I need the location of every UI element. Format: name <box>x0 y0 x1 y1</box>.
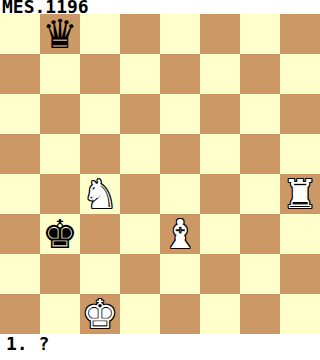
square-d7[interactable] <box>120 54 160 94</box>
square-d4[interactable] <box>120 174 160 214</box>
square-g4[interactable] <box>240 174 280 214</box>
square-h8[interactable] <box>280 14 320 54</box>
square-d1[interactable] <box>120 294 160 334</box>
square-e7[interactable] <box>160 54 200 94</box>
white-rook: ♜ <box>282 174 318 214</box>
square-g7[interactable] <box>240 54 280 94</box>
square-d6[interactable] <box>120 94 160 134</box>
square-a5[interactable] <box>0 134 40 174</box>
square-a3[interactable] <box>0 214 40 254</box>
move-prompt: 1. ? <box>6 337 49 351</box>
square-h1[interactable] <box>280 294 320 334</box>
square-g5[interactable] <box>240 134 280 174</box>
square-f2[interactable] <box>200 254 240 294</box>
square-e5[interactable] <box>160 134 200 174</box>
square-e3[interactable]: ♝ <box>160 214 200 254</box>
black-king: ♚ <box>42 214 78 254</box>
square-d3[interactable] <box>120 214 160 254</box>
square-a6[interactable] <box>0 94 40 134</box>
square-g1[interactable] <box>240 294 280 334</box>
square-d5[interactable] <box>120 134 160 174</box>
square-a1[interactable] <box>0 294 40 334</box>
black-queen: ♛ <box>42 14 78 54</box>
square-c3[interactable] <box>80 214 120 254</box>
square-f7[interactable] <box>200 54 240 94</box>
square-b8[interactable]: ♛ <box>40 14 80 54</box>
square-e1[interactable] <box>160 294 200 334</box>
square-b5[interactable] <box>40 134 80 174</box>
square-h4[interactable]: ♜ <box>280 174 320 214</box>
square-f1[interactable] <box>200 294 240 334</box>
white-king: ♚ <box>82 294 118 334</box>
square-c5[interactable] <box>80 134 120 174</box>
square-a4[interactable] <box>0 174 40 214</box>
square-d2[interactable] <box>120 254 160 294</box>
square-f4[interactable] <box>200 174 240 214</box>
square-f5[interactable] <box>200 134 240 174</box>
square-f3[interactable] <box>200 214 240 254</box>
square-g8[interactable] <box>240 14 280 54</box>
square-f6[interactable] <box>200 94 240 134</box>
square-c8[interactable] <box>80 14 120 54</box>
square-c6[interactable] <box>80 94 120 134</box>
square-c7[interactable] <box>80 54 120 94</box>
square-e6[interactable] <box>160 94 200 134</box>
white-bishop: ♝ <box>162 214 198 254</box>
square-b7[interactable] <box>40 54 80 94</box>
square-b3[interactable]: ♚ <box>40 214 80 254</box>
square-a7[interactable] <box>0 54 40 94</box>
square-f8[interactable] <box>200 14 240 54</box>
square-b6[interactable] <box>40 94 80 134</box>
square-c1[interactable]: ♚ <box>80 294 120 334</box>
square-h6[interactable] <box>280 94 320 134</box>
square-c4[interactable]: ♞ <box>80 174 120 214</box>
square-e8[interactable] <box>160 14 200 54</box>
square-b1[interactable] <box>40 294 80 334</box>
square-e4[interactable] <box>160 174 200 214</box>
square-c2[interactable] <box>80 254 120 294</box>
square-g6[interactable] <box>240 94 280 134</box>
square-h2[interactable] <box>280 254 320 294</box>
square-a2[interactable] <box>0 254 40 294</box>
square-b4[interactable] <box>40 174 80 214</box>
square-d8[interactable] <box>120 14 160 54</box>
white-knight: ♞ <box>82 174 118 214</box>
square-h7[interactable] <box>280 54 320 94</box>
square-h5[interactable] <box>280 134 320 174</box>
chess-board: ♛♞♜♚♝♚ <box>0 14 320 334</box>
square-e2[interactable] <box>160 254 200 294</box>
square-g3[interactable] <box>240 214 280 254</box>
square-a8[interactable] <box>0 14 40 54</box>
puzzle-id: MES.1196 <box>2 0 89 14</box>
square-g2[interactable] <box>240 254 280 294</box>
square-b2[interactable] <box>40 254 80 294</box>
square-h3[interactable] <box>280 214 320 254</box>
